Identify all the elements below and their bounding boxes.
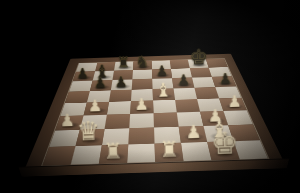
chess-app-scene: ♜♞♚♟♝♟♟♟♟♟♝♟♟♟♟♟♛♟♝♜♜♚ <box>0 0 300 193</box>
square-d2[interactable] <box>128 128 154 145</box>
black-pawn[interactable]: ♟ <box>177 73 190 88</box>
square-h6[interactable]: ♟ <box>212 76 236 87</box>
black-pawn[interactable]: ♟ <box>76 67 89 81</box>
square-c4[interactable] <box>107 101 131 114</box>
chess-board: ♜♞♚♟♝♟♟♟♟♟♝♟♟♟♟♟♛♟♝♜♜♚ <box>22 54 287 177</box>
square-f5[interactable] <box>174 88 198 100</box>
square-f4[interactable] <box>175 99 200 112</box>
square-d1[interactable] <box>127 144 155 163</box>
square-b4[interactable]: ♟ <box>84 102 109 116</box>
square-b2[interactable]: ♛ <box>76 129 105 146</box>
black-pawn[interactable]: ♟ <box>114 75 127 90</box>
black-knight[interactable]: ♞ <box>135 54 149 70</box>
board-squares-grid: ♜♞♚♟♝♟♟♟♟♟♝♟♟♟♟♟♛♟♝♜♜♚ <box>41 58 270 166</box>
square-c8[interactable]: ♜ <box>114 62 133 71</box>
square-c1[interactable]: ♜ <box>99 144 128 163</box>
square-g8[interactable]: ♚ <box>188 59 209 68</box>
black-pawn[interactable]: ♟ <box>219 72 232 87</box>
black-king[interactable]: ♚ <box>189 47 208 68</box>
white-king[interactable]: ♚ <box>211 128 239 160</box>
square-b1[interactable] <box>71 145 102 164</box>
square-d6[interactable] <box>132 79 153 90</box>
white-pawn[interactable]: ♟ <box>227 94 242 110</box>
white-rook[interactable]: ♜ <box>103 140 123 162</box>
square-a5[interactable] <box>65 91 90 103</box>
square-f2[interactable]: ♟ <box>179 126 208 143</box>
square-h4[interactable]: ♟ <box>219 98 247 111</box>
square-b6[interactable]: ♟ <box>90 80 113 91</box>
white-queen[interactable]: ♛ <box>76 118 100 145</box>
white-bishop[interactable]: ♝ <box>155 80 173 100</box>
board-perspective-wrapper: ♜♞♚♟♝♟♟♟♟♟♝♟♟♟♟♟♛♟♝♜♜♚ <box>0 0 300 193</box>
square-e5[interactable]: ♝ <box>153 88 175 100</box>
square-c5[interactable] <box>109 90 132 102</box>
square-c3[interactable] <box>105 114 131 129</box>
square-c6[interactable]: ♟ <box>111 79 133 90</box>
white-pawn[interactable]: ♟ <box>185 123 202 141</box>
square-a1[interactable] <box>43 146 76 165</box>
square-d7[interactable] <box>132 69 152 79</box>
square-e4[interactable] <box>153 100 177 113</box>
white-rook[interactable]: ♜ <box>159 139 179 161</box>
square-d4[interactable]: ♟ <box>130 101 153 114</box>
black-pawn[interactable]: ♟ <box>156 64 169 78</box>
white-pawn[interactable]: ♟ <box>134 97 149 113</box>
white-pawn[interactable]: ♟ <box>88 98 103 114</box>
square-d3[interactable] <box>129 113 154 128</box>
white-pawn[interactable]: ♟ <box>60 112 76 129</box>
square-g1[interactable]: ♚ <box>207 141 239 160</box>
square-d8[interactable]: ♞ <box>133 61 152 70</box>
square-e1[interactable]: ♜ <box>155 143 184 162</box>
black-pawn[interactable]: ♟ <box>94 76 107 91</box>
square-e3[interactable] <box>153 113 178 128</box>
square-a2[interactable] <box>49 130 80 147</box>
square-f6[interactable]: ♟ <box>172 78 194 89</box>
black-rook[interactable]: ♜ <box>117 55 131 70</box>
